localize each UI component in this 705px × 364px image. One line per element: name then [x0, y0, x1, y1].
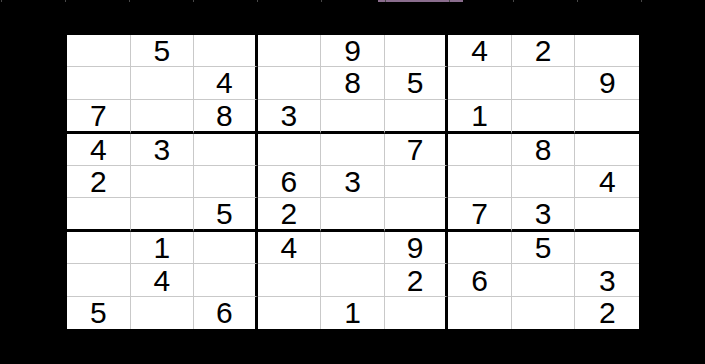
cell-r5c2[interactable] [131, 166, 195, 198]
cell-r7c4: 4 [258, 232, 322, 264]
cell-r6c5[interactable] [321, 198, 385, 232]
cell-r1c9[interactable] [575, 35, 639, 67]
cell-r7c3[interactable] [194, 232, 258, 264]
top-edge-artifacts [0, 0, 705, 3]
cell-r6c3: 5 [194, 198, 258, 232]
cell-r1c6[interactable] [385, 35, 449, 67]
grid-line-remnant-tick [65, 0, 66, 2]
cell-r1c8: 2 [512, 35, 576, 67]
grid-line-remnant-tick [449, 0, 450, 2]
cell-r3c1: 7 [67, 100, 131, 134]
cell-r4c3[interactable] [194, 134, 258, 166]
cell-r2c4[interactable] [258, 67, 322, 99]
cell-r9c3: 6 [194, 297, 258, 329]
cell-r1c3[interactable] [194, 35, 258, 67]
cell-r9c5: 1 [321, 297, 385, 329]
cell-r4c6: 7 [385, 134, 449, 166]
cell-r8c6: 2 [385, 264, 449, 296]
grid-line-remnant-tick [321, 0, 322, 2]
cell-r1c5: 9 [321, 35, 385, 67]
cell-r7c2: 1 [131, 232, 195, 264]
cell-r2c7[interactable] [448, 67, 512, 99]
cell-r2c6: 5 [385, 67, 449, 99]
cell-r5c9: 4 [575, 166, 639, 198]
cell-r8c3[interactable] [194, 264, 258, 296]
cell-r6c6[interactable] [385, 198, 449, 232]
screenshot-root: 594248597831437826345273149542635612 [0, 0, 705, 364]
grid-line-remnant-tick [129, 0, 130, 2]
cell-r4c2: 3 [131, 134, 195, 166]
cell-r7c8: 5 [512, 232, 576, 264]
top-highlight-remnant [378, 0, 463, 2]
cell-r3c4: 3 [258, 100, 322, 134]
cell-r3c5[interactable] [321, 100, 385, 134]
cell-r3c6[interactable] [385, 100, 449, 134]
cell-r6c2[interactable] [131, 198, 195, 232]
cell-r4c4[interactable] [258, 134, 322, 166]
cell-r3c2[interactable] [131, 100, 195, 134]
cell-r8c9: 3 [575, 264, 639, 296]
cell-r8c2: 4 [131, 264, 195, 296]
cell-r8c4[interactable] [258, 264, 322, 296]
cell-r9c9: 2 [575, 297, 639, 329]
cell-r5c8[interactable] [512, 166, 576, 198]
cell-r4c8: 8 [512, 134, 576, 166]
cell-r8c7: 6 [448, 264, 512, 296]
cell-r2c5: 8 [321, 67, 385, 99]
cell-r6c4: 2 [258, 198, 322, 232]
cell-r4c1: 4 [67, 134, 131, 166]
cell-r5c3[interactable] [194, 166, 258, 198]
grid-line-remnant-tick [513, 0, 514, 2]
cell-r1c7: 4 [448, 35, 512, 67]
grid-line-remnant-tick [257, 0, 258, 2]
grid-line-remnant-tick [641, 0, 642, 2]
cell-r3c9[interactable] [575, 100, 639, 134]
cell-r2c3: 4 [194, 67, 258, 99]
cell-r2c2[interactable] [131, 67, 195, 99]
cell-r2c1[interactable] [67, 67, 131, 99]
cell-r8c5[interactable] [321, 264, 385, 296]
cell-r3c7: 1 [448, 100, 512, 134]
cell-r7c9[interactable] [575, 232, 639, 264]
cell-r8c8[interactable] [512, 264, 576, 296]
cell-r5c6[interactable] [385, 166, 449, 198]
cell-r5c4: 6 [258, 166, 322, 198]
cell-r4c5[interactable] [321, 134, 385, 166]
cell-r9c8[interactable] [512, 297, 576, 329]
grid-line-remnant-tick [193, 0, 194, 2]
cell-r1c1[interactable] [67, 35, 131, 67]
cell-r2c9: 9 [575, 67, 639, 99]
cell-r5c7[interactable] [448, 166, 512, 198]
cell-r9c2[interactable] [131, 297, 195, 329]
cell-r2c8[interactable] [512, 67, 576, 99]
cell-r8c1[interactable] [67, 264, 131, 296]
grid-line-remnant-tick [385, 0, 386, 2]
cell-r9c1: 5 [67, 297, 131, 329]
cell-r6c1[interactable] [67, 198, 131, 232]
cell-r7c5[interactable] [321, 232, 385, 264]
cell-r6c7: 7 [448, 198, 512, 232]
cell-r1c4[interactable] [258, 35, 322, 67]
cell-r1c2: 5 [131, 35, 195, 67]
cell-r7c1[interactable] [67, 232, 131, 264]
cell-r6c8: 3 [512, 198, 576, 232]
grid-line-remnant-tick [1, 0, 2, 2]
cell-r9c7[interactable] [448, 297, 512, 329]
sudoku-board: 594248597831437826345273149542635612 [65, 33, 641, 331]
cell-r9c6[interactable] [385, 297, 449, 329]
cell-r7c6: 9 [385, 232, 449, 264]
cell-r6c9[interactable] [575, 198, 639, 232]
cell-r3c8[interactable] [512, 100, 576, 134]
cell-r7c7[interactable] [448, 232, 512, 264]
cell-r3c3: 8 [194, 100, 258, 134]
cell-r5c5: 3 [321, 166, 385, 198]
cell-r4c9[interactable] [575, 134, 639, 166]
grid-line-remnant-tick [577, 0, 578, 2]
cell-r9c4[interactable] [258, 297, 322, 329]
cell-r5c1: 2 [67, 166, 131, 198]
cell-r4c7[interactable] [448, 134, 512, 166]
